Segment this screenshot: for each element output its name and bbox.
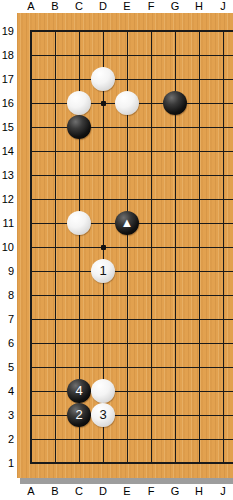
board-shadow [20,478,233,484]
col-label-top-A: A [27,0,34,13]
grid-line-row-8 [30,295,233,296]
stone-black-C4[interactable]: 4 [67,379,91,403]
move-number-1: 1 [91,259,115,283]
stone-white-D9[interactable]: 1 [91,259,115,283]
row-label-1: 1 [0,456,14,470]
stone-black-G16[interactable] [163,91,187,115]
col-label-bottom-F: F [148,485,155,498]
stone-white-D17[interactable] [91,67,115,91]
grid-line-row-10 [30,247,233,248]
grid-line-row-18 [30,55,233,56]
col-label-top-H: H [195,0,203,13]
col-label-bottom-E: E [123,485,130,498]
grid-line-row-13 [30,175,233,176]
grid-line-row-1 [30,462,233,464]
col-label-top-J: J [220,0,226,13]
col-label-bottom-J: J [220,485,226,498]
stone-black-C3[interactable]: 2 [67,403,91,427]
stone-white-D3[interactable]: 3 [91,403,115,427]
col-label-bottom-H: H [195,485,203,498]
col-label-top-F: F [148,0,155,13]
row-label-16: 16 [0,96,14,110]
grid-line-row-7 [30,319,233,320]
row-label-18: 18 [0,48,14,62]
grid-line-row-3 [30,415,233,416]
move-number-2: 2 [67,403,91,427]
stone-white-C16[interactable] [67,91,91,115]
row-label-2: 2 [0,432,14,446]
row-label-11: 11 [0,216,14,230]
col-label-bottom-B: B [51,485,58,498]
col-label-top-C: C [75,0,83,13]
col-label-bottom-C: C [75,485,83,498]
stone-black-C15[interactable] [67,115,91,139]
grid-line-row-9 [30,271,233,272]
row-label-3: 3 [0,408,14,422]
row-label-14: 14 [0,144,14,158]
row-label-13: 13 [0,168,14,182]
grid-line-row-12 [30,199,233,200]
row-label-7: 7 [0,312,14,326]
col-label-top-B: B [51,0,58,13]
move-number-4: 4 [67,379,91,403]
row-label-4: 4 [0,384,14,398]
star-point-D16 [101,101,106,106]
row-label-9: 9 [0,264,14,278]
row-label-15: 15 [0,120,14,134]
move-number-3: 3 [91,403,115,427]
row-label-17: 17 [0,72,14,86]
go-board-diagram: ▲1423 ABCDEFGHJ 191817161514131211109876… [0,0,233,500]
grid-line-row-15 [30,127,233,128]
grid-line-row-17 [30,79,233,80]
row-label-8: 8 [0,288,14,302]
stone-white-C11[interactable] [67,211,91,235]
stone-black-E11[interactable]: ▲ [115,211,139,235]
grid-line-row-5 [30,367,233,368]
grid-line-row-19 [30,30,233,32]
triangle-marker-icon: ▲ [115,211,139,235]
row-label-19: 19 [0,24,14,38]
grid-line-row-14 [30,151,233,152]
star-point-D10 [101,245,106,250]
grid-line-row-6 [30,343,233,344]
goban[interactable]: ▲1423 [17,13,233,478]
grid-line-row-4 [30,391,233,392]
row-label-5: 5 [0,360,14,374]
col-label-top-G: G [171,0,180,13]
row-label-12: 12 [0,192,14,206]
col-label-bottom-D: D [99,485,107,498]
row-label-6: 6 [0,336,14,350]
col-label-top-D: D [99,0,107,13]
col-label-top-E: E [123,0,130,13]
stone-white-D4[interactable] [91,379,115,403]
stone-white-E16[interactable] [115,91,139,115]
col-label-bottom-G: G [171,485,180,498]
row-label-10: 10 [0,240,14,254]
col-label-bottom-A: A [27,485,34,498]
grid-line-row-2 [30,439,233,440]
